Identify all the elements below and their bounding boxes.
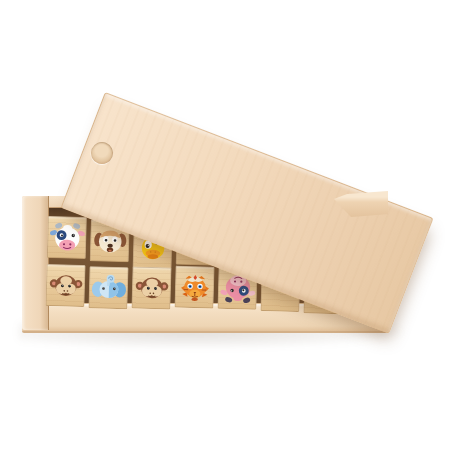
block-cow[interactable]	[47, 216, 87, 259]
cow-face-icon	[48, 219, 85, 256]
lid-finger-hole[interactable]	[88, 139, 116, 167]
product-photo-stage	[0, 0, 450, 450]
block-elephant[interactable]	[88, 266, 128, 309]
tiger-face-icon	[176, 269, 213, 306]
block-monkey[interactable]	[131, 266, 171, 309]
monkey-face-icon	[133, 269, 170, 306]
block-monkey[interactable]	[45, 264, 85, 307]
elephant-face-icon	[90, 269, 127, 306]
block-tiger[interactable]	[174, 266, 214, 309]
monkey-face-icon	[47, 267, 84, 304]
